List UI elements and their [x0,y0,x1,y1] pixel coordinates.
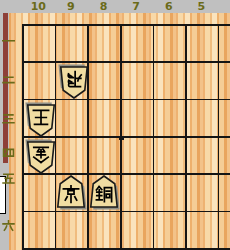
board-cell-5-3[interactable] [185,99,218,136]
board-cell-7-5[interactable] [120,173,153,210]
board-cell-8-3[interactable] [87,99,120,136]
shogi-piece-king[interactable] [24,101,55,137]
board-cell-10-6[interactable] [22,211,55,248]
rank-label-2 [2,73,15,86]
board-cell-10-5[interactable] [22,173,55,210]
file-label-9: 9 [56,0,86,13]
shogi-piece-rook[interactable] [57,63,88,99]
board-cell-4-4[interactable] [218,136,230,173]
board-cell-7-3[interactable] [120,99,153,136]
board-cell-9-1[interactable] [55,24,88,61]
file-label-4: 4 [219,0,230,13]
board-cell-10-1[interactable] [22,24,55,61]
board-cell-8-1[interactable] [87,24,120,61]
board-cell-9-6[interactable] [55,211,88,248]
board-cell-5-6[interactable] [185,211,218,248]
board-cell-6-1[interactable] [153,24,186,61]
board-cell-6-5[interactable] [153,173,186,210]
board-cell-9-3[interactable] [55,99,88,136]
board-cell-5-5[interactable] [185,173,218,210]
board-cell-9-4[interactable] [55,136,88,173]
board-cell-8-6[interactable] [87,211,120,248]
rank-label-4 [2,146,15,159]
board-cell-7-6[interactable] [120,211,153,248]
shogi-piece-kyo (capital)[interactable] [57,175,88,211]
shogi-board[interactable] [9,13,230,250]
board-cell-4-5[interactable] [218,173,230,210]
file-label-5: 5 [186,0,216,13]
board-cell-6-2[interactable] [153,61,186,98]
board-cell-7-2[interactable] [120,61,153,98]
rank-label-1 [2,34,15,47]
board-cell-5-1[interactable] [185,24,218,61]
board-cell-10-2[interactable] [22,61,55,98]
board-cell-6-3[interactable] [153,99,186,136]
board-cell-7-4[interactable] [120,136,153,173]
board-cell-8-2[interactable] [87,61,120,98]
shogi-piece-gold-general[interactable] [24,138,55,174]
board-cell-7-1[interactable] [120,24,153,61]
board-cell-5-2[interactable] [185,61,218,98]
file-label-10: 10 [23,0,53,13]
rank-label-5 [2,172,15,185]
board-cell-4-1[interactable] [218,24,230,61]
shogi-piece-copper-general[interactable] [90,175,121,211]
board-cell-6-6[interactable] [153,211,186,248]
board-cell-8-4[interactable] [87,136,120,173]
file-label-8: 8 [89,0,119,13]
board-cell-4-6[interactable] [218,211,230,248]
board-cell-4-3[interactable] [218,99,230,136]
board-cell-5-4[interactable] [185,136,218,173]
file-label-7: 7 [121,0,151,13]
board-cell-6-4[interactable] [153,136,186,173]
file-label-6: 6 [154,0,184,13]
board-cell-4-2[interactable] [218,61,230,98]
rank-label-6 [2,220,15,233]
shogi-variant-window: 10987654 [0,0,230,250]
rank-label-3 [2,112,15,125]
